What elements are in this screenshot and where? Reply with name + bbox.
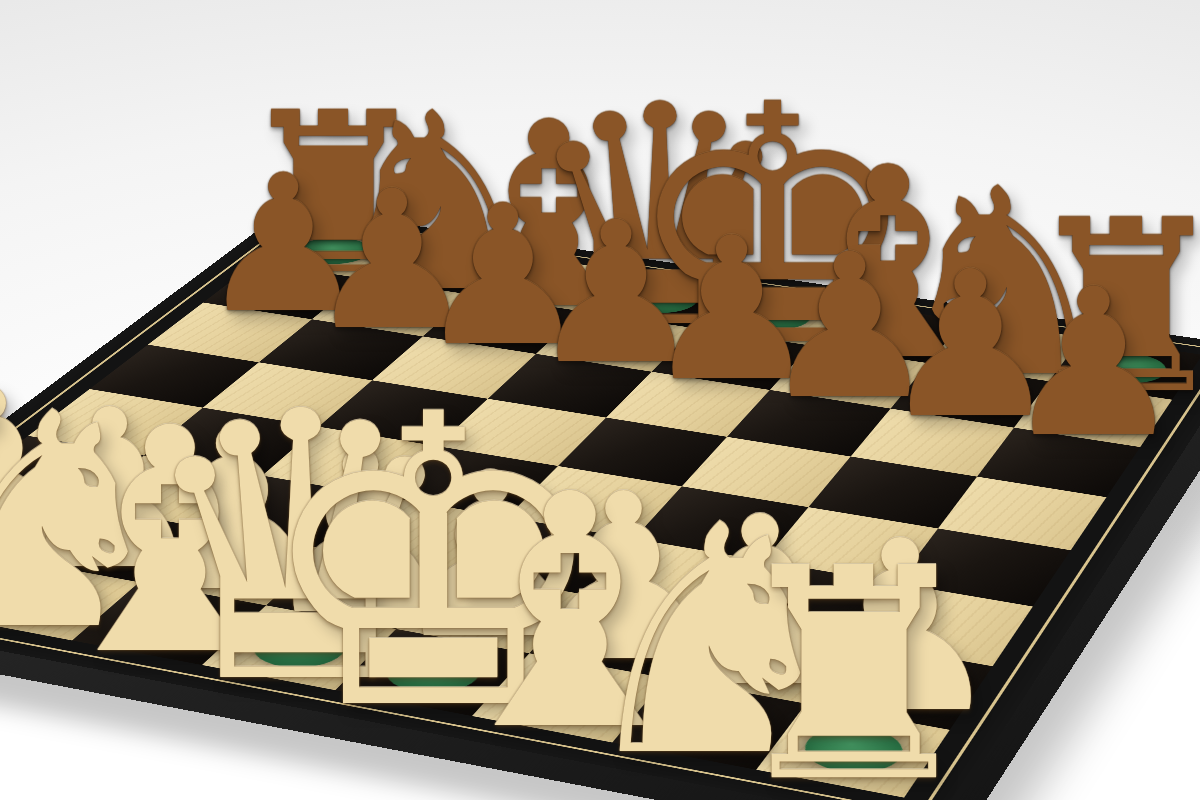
piece-white-rook[interactable]: ♜	[723, 530, 985, 800]
pawn-glyph: ♟	[1002, 262, 1185, 466]
rook-glyph: ♜	[723, 530, 985, 800]
piece-black-pawn[interactable]: ♟	[1002, 262, 1185, 466]
studio-backdrop: ♜♞♝♛♚♝♞♜♟♟♟♟♟♟♟♟♟♟♟♟♟♟♟♟♜♞♝♛♚♝♞♜	[0, 0, 1200, 800]
pieces-layer: ♜♞♝♛♚♝♞♜♟♟♟♟♟♟♟♟♟♟♟♟♟♟♟♟♜♞♝♛♚♝♞♜	[0, 0, 1200, 800]
